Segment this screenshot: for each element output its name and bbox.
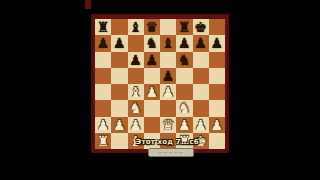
white-pawn-icon: ♟ (129, 116, 142, 132)
square-g7: ♟ (193, 35, 209, 51)
square-c5 (128, 68, 144, 84)
black-pawn-icon: ♟ (211, 35, 224, 51)
square-b7: ♟ (111, 35, 127, 51)
white-queen-icon: ♛ (162, 116, 175, 132)
square-h3 (209, 100, 225, 116)
caption-annotation-button[interactable]: ————— (148, 148, 194, 157)
square-f7: ♟ (176, 35, 192, 51)
square-a8: ♜ (95, 19, 111, 35)
square-d2 (144, 117, 160, 133)
black-pawn-icon: ♟ (194, 35, 207, 51)
black-pawn-icon: ♟ (113, 35, 126, 51)
white-pawn-icon: ♟ (162, 84, 175, 100)
square-d6: ♟ (144, 52, 160, 68)
square-g2: ♟ (193, 117, 209, 133)
square-e4: ♟ (160, 84, 176, 100)
black-pawn-icon: ♟ (162, 67, 175, 83)
square-c6: ♟ (128, 52, 144, 68)
square-h8 (209, 19, 225, 35)
square-d5 (144, 68, 160, 84)
white-pawn-icon: ♟ (146, 84, 159, 100)
square-f5 (176, 68, 192, 84)
black-rook-icon: ♜ (97, 19, 110, 35)
square-d7: ♞ (144, 35, 160, 51)
square-a7: ♟ (95, 35, 111, 51)
black-pawn-icon: ♟ (97, 35, 110, 51)
black-pawn-icon: ♟ (178, 35, 191, 51)
square-d4: ♟ (144, 84, 160, 100)
square-b3 (111, 100, 127, 116)
square-b6 (111, 52, 127, 68)
square-d3 (144, 100, 160, 116)
white-knight-icon: ♞ (178, 100, 191, 116)
square-e5: ♟ (160, 68, 176, 84)
square-c8: ♝ (128, 19, 144, 35)
square-a4 (95, 84, 111, 100)
white-pawn-icon: ♟ (211, 116, 224, 132)
square-a5 (95, 68, 111, 84)
white-pawn-icon: ♟ (113, 116, 126, 132)
white-pawn-icon: ♟ (194, 116, 207, 132)
square-b4 (111, 84, 127, 100)
black-pawn-icon: ♟ (146, 51, 159, 67)
square-g3 (193, 100, 209, 116)
square-h2: ♟ (209, 117, 225, 133)
square-f3: ♞ (176, 100, 192, 116)
square-h5 (209, 68, 225, 84)
square-b8 (111, 19, 127, 35)
white-bishop-icon: ♝ (129, 84, 142, 100)
square-e3 (160, 100, 176, 116)
square-a3 (95, 100, 111, 116)
square-c4: ♝ (128, 84, 144, 100)
board-frame-notch (85, 0, 91, 9)
square-g8: ♚ (193, 19, 209, 35)
square-f8: ♜ (176, 19, 192, 35)
square-f2: ♟ (176, 117, 192, 133)
black-king-icon: ♚ (194, 19, 207, 35)
square-e8 (160, 19, 176, 35)
square-g5 (193, 68, 209, 84)
black-knight-icon: ♞ (146, 35, 159, 51)
black-rook-icon: ♜ (178, 19, 191, 35)
black-bishop-icon: ♝ (129, 19, 142, 35)
white-knight-icon: ♞ (129, 100, 142, 116)
black-bishop-icon: ♝ (162, 35, 175, 51)
subtitle-text: Этот ход 7...с6 (80, 138, 255, 146)
white-pawn-icon: ♟ (178, 116, 191, 132)
square-e6 (160, 52, 176, 68)
square-a2: ♟ (95, 117, 111, 133)
black-knight-icon: ♞ (178, 51, 191, 67)
square-f4 (176, 84, 192, 100)
square-h7: ♟ (209, 35, 225, 51)
square-e2: ♛ (160, 117, 176, 133)
video-frame: ♜♝♛♜♚♟♟♞♝♟♟♟♟♟♞♟♝♟♟♞♞♟♟♟♛♟♟♟♜♝♜♚ Этот хо… (0, 0, 320, 180)
square-c3: ♞ (128, 100, 144, 116)
chess-board: ♜♝♛♜♚♟♟♞♝♟♟♟♟♟♞♟♝♟♟♞♞♟♟♟♛♟♟♟♜♝♜♚ (95, 19, 225, 149)
square-b2: ♟ (111, 117, 127, 133)
square-a6 (95, 52, 111, 68)
black-pawn-icon: ♟ (129, 51, 142, 67)
square-d8: ♛ (144, 19, 160, 35)
square-e7: ♝ (160, 35, 176, 51)
square-b5 (111, 68, 127, 84)
square-g6 (193, 52, 209, 68)
square-h6 (209, 52, 225, 68)
black-queen-icon: ♛ (146, 19, 159, 35)
square-c7 (128, 35, 144, 51)
square-g4 (193, 84, 209, 100)
white-pawn-icon: ♟ (97, 116, 110, 132)
square-h4 (209, 84, 225, 100)
square-c2: ♟ (128, 117, 144, 133)
square-f6: ♞ (176, 52, 192, 68)
